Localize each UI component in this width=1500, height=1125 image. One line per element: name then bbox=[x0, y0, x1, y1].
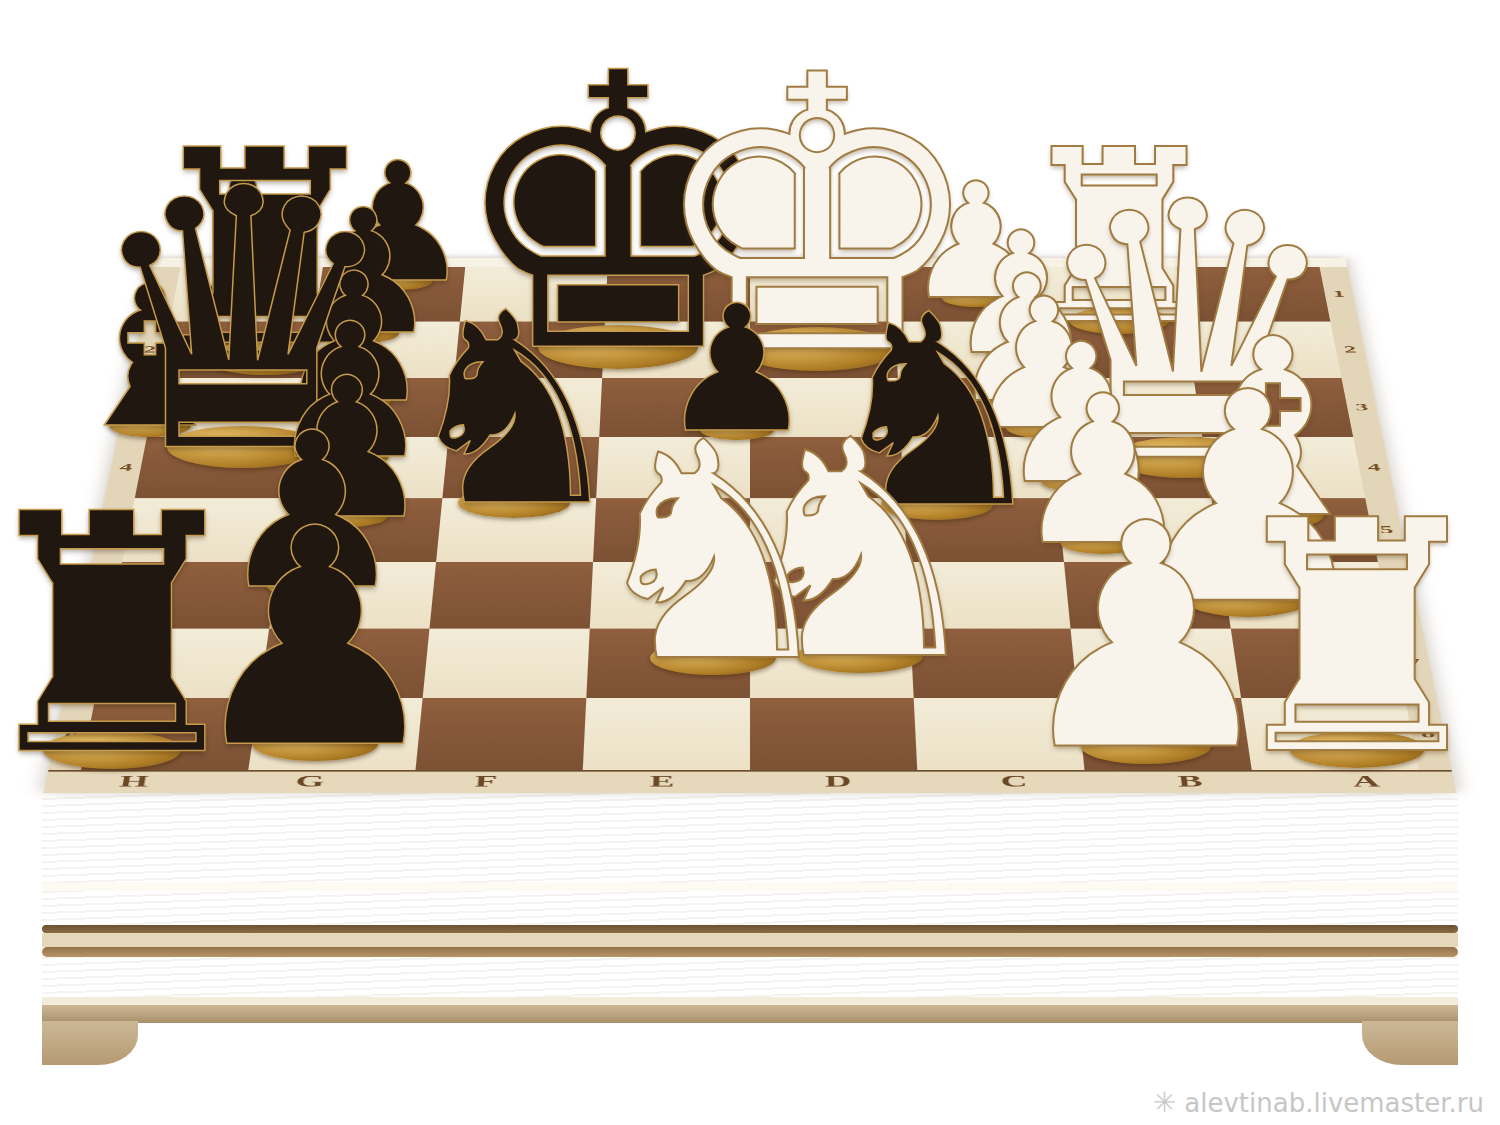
box-bottom-edge bbox=[42, 1005, 1458, 1023]
square-f6[interactable] bbox=[429, 562, 593, 628]
watermark: ✳ alevtinab.livemaster.ru bbox=[1153, 1086, 1484, 1119]
box-highlight-strip bbox=[42, 883, 1458, 891]
box-molding-groove bbox=[42, 947, 1458, 957]
piece-white-knight-e7[interactable]: ♞ bbox=[579, 404, 848, 704]
box-lower-band bbox=[42, 957, 1458, 997]
watermark-text: alevtinab.livemaster.ru bbox=[1184, 1088, 1484, 1118]
box-light-strip bbox=[42, 933, 1458, 947]
box-foot-left bbox=[42, 1021, 138, 1065]
box-bottom-highlight bbox=[42, 997, 1458, 1005]
box-mid-band bbox=[42, 891, 1458, 925]
file-label-e: E bbox=[573, 772, 750, 793]
box-foot-right bbox=[1362, 1021, 1458, 1065]
piece-white-rook-a8[interactable]: ♜ bbox=[1214, 479, 1500, 799]
piece-black-rook-h8[interactable]: ♜ bbox=[0, 471, 260, 801]
photo-stage: { "game": "chess", "scene": "hand-painte… bbox=[0, 0, 1500, 1125]
box-groove bbox=[42, 925, 1458, 933]
flower-gear-icon: ✳ bbox=[1153, 1086, 1176, 1119]
file-label-d: D bbox=[750, 772, 927, 793]
